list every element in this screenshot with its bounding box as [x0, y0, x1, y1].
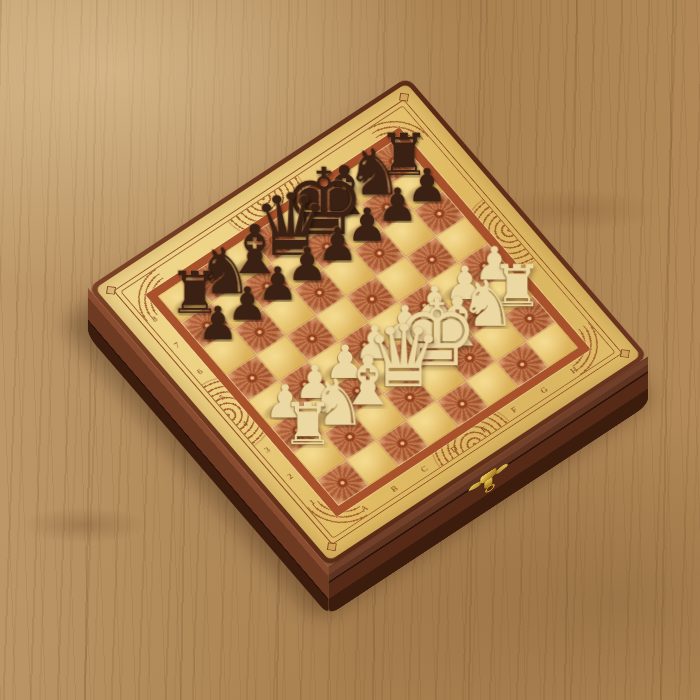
gold-clasp-icon [471, 460, 506, 504]
corner-diamond-ornament [399, 93, 409, 102]
corner-diamond-ornament [106, 286, 116, 295]
corner-diamond-ornament [620, 349, 630, 358]
photo-scene: ♜♞♝♛♚♝♞♜♟♟♟♟♟♟♟♟♟♟♟♟♟♟♟♟♜♞♝♛♚♝♞♜ ABCDEFG… [0, 0, 700, 700]
corner-diamond-ornament [327, 542, 337, 551]
